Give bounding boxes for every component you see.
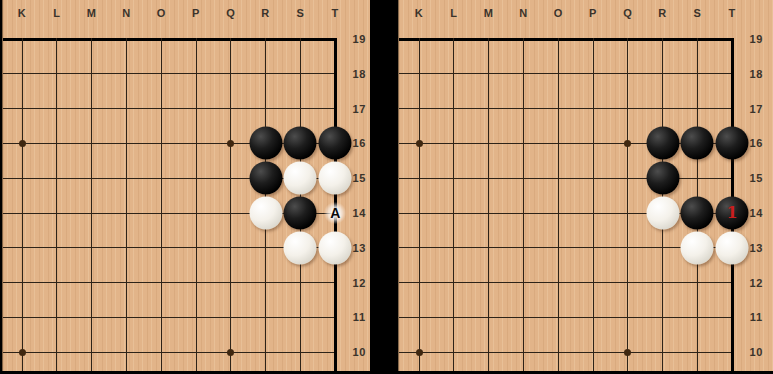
stone-white-T13 [319, 231, 352, 264]
stone-black-R15 [249, 162, 282, 195]
stone-black-R15 [646, 162, 679, 195]
stone-white-T13 [716, 231, 749, 264]
stone-black-S14 [284, 197, 317, 230]
stone-white-R14 [249, 197, 282, 230]
stone-black-T16 [319, 127, 352, 160]
stone-black-S14 [681, 197, 714, 230]
stone-black-T16 [716, 127, 749, 160]
point-label-T14[interactable]: A [324, 202, 346, 224]
go-diagram-pair: KLMNOPQRST19181716151413121110 A KLMNOPQ… [0, 0, 773, 374]
board-panel-right[interactable]: KLMNOPQRST19181716151413121110 1 [398, 0, 773, 371]
stone-white-T15 [319, 162, 352, 195]
board-panel-left[interactable]: KLMNOPQRST19181716151413121110 A [2, 0, 370, 371]
stone-white-R14 [646, 197, 679, 230]
stone-white-S15 [284, 162, 317, 195]
stone-white-S13 [284, 231, 317, 264]
stone-black-S16 [681, 127, 714, 160]
stone-white-S13 [681, 231, 714, 264]
stone-black-S16 [284, 127, 317, 160]
stone-black-R16 [249, 127, 282, 160]
move-number-T14: 1 [727, 203, 738, 222]
stones-layer: 1 [399, 0, 773, 371]
stone-black-R16 [646, 127, 679, 160]
stones-layer: A [3, 0, 370, 371]
